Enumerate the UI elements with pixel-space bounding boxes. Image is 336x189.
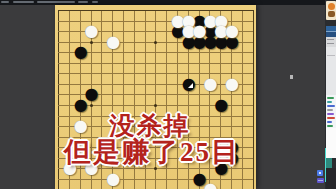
grid-line: [58, 73, 252, 74]
white-stone: ●: [203, 78, 215, 90]
white-stone: ●: [85, 25, 97, 37]
mouse-cursor: [290, 75, 293, 79]
chat-line: [327, 109, 333, 111]
mini-app-icon[interactable]: [317, 170, 323, 176]
mini-app-icon-2-glyph: [318, 180, 323, 181]
grid-line: [58, 63, 252, 64]
avatar-body-icon: [328, 11, 335, 17]
black-stone: ●: [74, 99, 86, 111]
chat-line: [327, 121, 332, 123]
white-stone: ●: [225, 25, 237, 37]
star-point: [154, 41, 157, 44]
avatar-head-icon: [328, 3, 335, 10]
chat-line: [327, 101, 332, 103]
white-stone: ●: [106, 173, 118, 185]
info-text-smudge: [327, 43, 334, 44]
black-stone: ●: [214, 99, 226, 111]
grid-line: [58, 179, 252, 180]
overlay-caption-line2: 但是赚了25目: [64, 134, 240, 170]
panel-border-line: [325, 148, 326, 182]
side-panel-strip: [325, 0, 336, 189]
mini-app-icon-2[interactable]: [317, 178, 324, 183]
info-text-smudge: [327, 39, 334, 40]
grid-line: [58, 10, 59, 189]
titlebar-text-smudge: [92, 1, 98, 3]
star-point: [90, 41, 93, 44]
panel-info-box: [326, 37, 336, 47]
panel-teal-button[interactable]: [326, 158, 332, 168]
chat-line: [327, 105, 335, 107]
player-avatar: [326, 1, 336, 20]
mini-app-icon-glyph: [319, 172, 321, 174]
panel-bottom: [326, 168, 336, 189]
titlebar-text-smudge: [13, 1, 34, 3]
chat-line: [327, 113, 334, 115]
star-point: [90, 104, 93, 107]
last-move-marker: [188, 83, 193, 88]
panel-white-area: [326, 128, 336, 158]
grid-line: [253, 10, 254, 189]
black-stone: ●: [182, 78, 194, 90]
info-text-smudge: [327, 55, 335, 56]
titlebar-text-smudge: [1, 1, 9, 3]
panel-body: [326, 47, 336, 95]
app-window: ●●●●●●●●●●●●●●●●●●●●●●●●●●●●●●●●●● 没杀掉 但…: [0, 0, 336, 189]
chat-line: [327, 97, 334, 99]
white-stone: ●: [74, 120, 86, 132]
grid-line: [242, 10, 243, 189]
white-stone: ●: [203, 183, 215, 189]
titlebar-text-smudge: [37, 1, 75, 3]
chat-line: [327, 125, 333, 127]
white-stone: ●: [106, 36, 118, 48]
white-stone: ●: [225, 78, 237, 90]
chat-log[interactable]: [326, 95, 336, 128]
black-stone: ●: [74, 46, 86, 58]
white-stone: ●: [193, 25, 205, 37]
chat-line: [327, 117, 335, 119]
titlebar-text-smudge: [78, 1, 88, 3]
star-point: [154, 104, 157, 107]
